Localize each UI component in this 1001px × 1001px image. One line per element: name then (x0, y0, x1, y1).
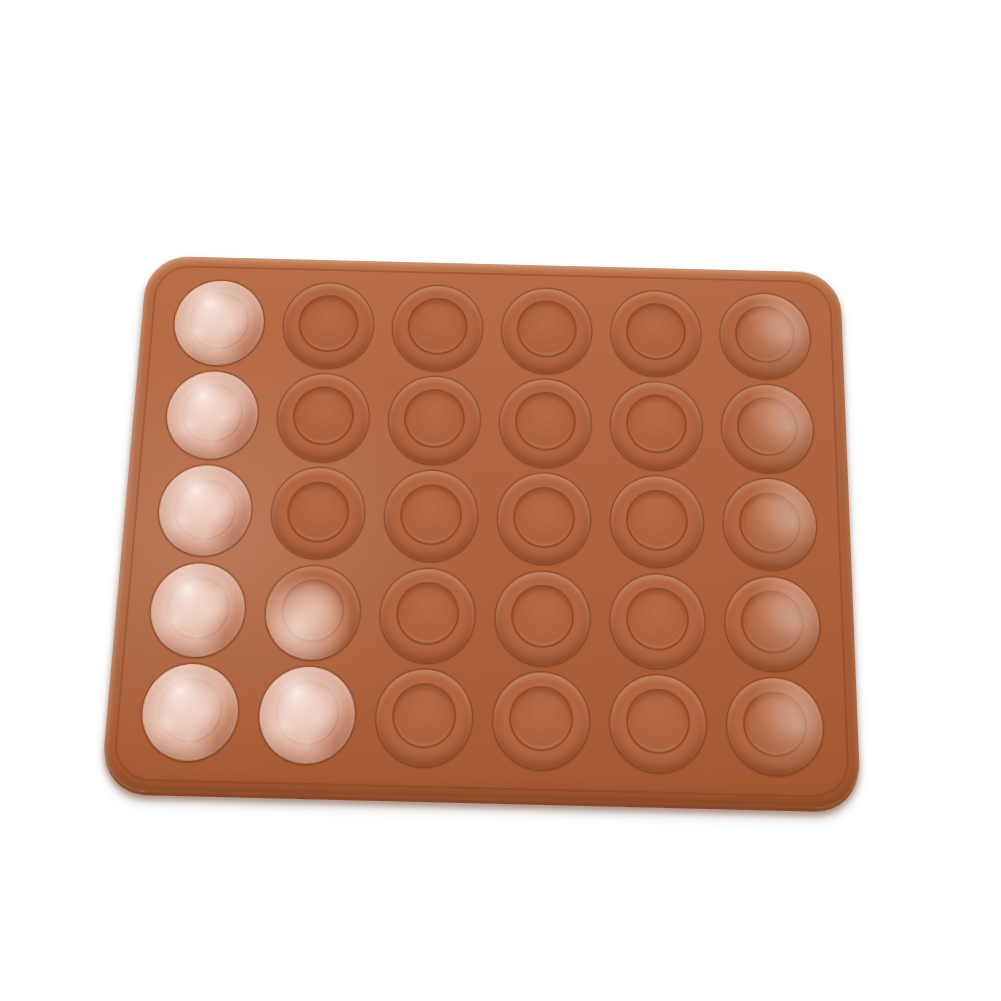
mold-cell-r4c1 (137, 558, 259, 662)
macaron-mold-r3c3 (383, 470, 478, 562)
mold-cell-r2c3 (377, 372, 491, 469)
mold-inner-ring (280, 579, 346, 643)
mold-cell-r4c4 (484, 567, 600, 671)
mold-cell-r5c6 (715, 673, 834, 781)
mold-cell-r5c4 (481, 668, 599, 775)
mold-cell-r3c3 (373, 466, 489, 566)
mold-cell-r1c4 (491, 284, 601, 378)
macaron-mold-r3c4 (497, 473, 590, 565)
mold-inner-ring (508, 686, 573, 753)
mold-cell-r4c2 (252, 561, 372, 665)
mold-inner-ring (180, 383, 245, 443)
mold-cell-r2c6 (711, 380, 824, 477)
photo-stage (0, 0, 1001, 1001)
macaron-mold-r5c2 (257, 666, 357, 765)
mold-cell-r4c5 (600, 569, 716, 673)
mold-cell-r3c5 (600, 472, 714, 572)
mold-cell-r2c1 (153, 367, 271, 464)
mold-cell-r1c1 (161, 276, 277, 370)
mold-inner-ring (395, 581, 460, 645)
macaron-mold-r3c2 (270, 468, 367, 560)
mold-inner-ring (156, 677, 225, 744)
macaron-mold-r3c5 (611, 476, 704, 569)
macaron-mold-r2c2 (276, 373, 371, 462)
mold-inner-ring (273, 680, 341, 747)
macaron-mold-r4c2 (263, 565, 362, 661)
mold-inner-ring (626, 394, 687, 454)
macaron-mold-r1c6 (719, 293, 810, 380)
macaron-mold-r4c4 (495, 571, 590, 667)
macaron-mold-r5c1 (139, 663, 241, 762)
macaron-baking-mat (100, 256, 861, 810)
mold-inner-ring (164, 576, 232, 640)
mold-inner-ring (512, 486, 575, 548)
mold-cell-r1c5 (601, 287, 711, 381)
mold-inner-ring (740, 590, 805, 655)
macaron-mold-r1c5 (611, 290, 701, 377)
mold-inner-ring (626, 302, 686, 360)
mold-cell-r1c2 (271, 279, 385, 373)
macaron-mold-r2c5 (611, 381, 702, 470)
mold-cell-r2c4 (489, 375, 601, 472)
mold-inner-ring (736, 397, 798, 457)
mold-inner-ring (510, 584, 574, 648)
mold-inner-ring (172, 478, 238, 540)
macaron-mold-r5c4 (492, 672, 589, 771)
mold-inner-ring (626, 587, 689, 651)
macaron-mold-r4c6 (724, 576, 820, 672)
mold-inner-ring (626, 689, 691, 756)
mold-cell-r3c6 (712, 475, 827, 575)
macaron-mold-r2c4 (499, 379, 591, 468)
mold-cell-r5c5 (599, 670, 717, 778)
macaron-mold-r3c1 (156, 465, 255, 557)
mold-cell-r2c2 (265, 370, 381, 467)
mold-cell-r5c1 (128, 659, 253, 766)
macaron-mold-r1c4 (501, 287, 591, 374)
macaron-mold-r1c3 (391, 285, 483, 371)
mold-cell-r5c2 (246, 662, 368, 769)
macaron-mold-r2c6 (721, 384, 814, 474)
mold-inner-ring (738, 492, 801, 554)
macaron-mold-r2c3 (387, 376, 480, 465)
mold-inner-ring (516, 300, 577, 358)
mold-inner-ring (742, 691, 808, 758)
mold-inner-ring (399, 483, 463, 545)
mold-inner-ring (407, 297, 469, 355)
macaron-mold-r4c1 (148, 562, 248, 658)
mat-scene (0, 0, 1001, 1001)
mold-inner-ring (734, 305, 795, 363)
mold-cell-r4c3 (368, 564, 486, 668)
mold-inner-ring (391, 683, 457, 750)
mold-cell-r1c6 (709, 289, 820, 383)
macaron-mold-r5c3 (375, 669, 474, 768)
mold-cell-r3c4 (486, 469, 600, 569)
macaron-mold-r1c1 (172, 280, 267, 366)
macaron-mold-r3c6 (723, 478, 817, 571)
mold-inner-ring (403, 389, 466, 449)
macaron-mold-r4c5 (610, 573, 704, 669)
mold-grid (128, 276, 835, 781)
macaron-mold-r2c1 (164, 371, 261, 460)
macaron-mold-r5c5 (610, 675, 706, 774)
mold-inner-ring (626, 489, 688, 551)
mold-inner-ring (297, 294, 360, 352)
macaron-mold-r5c6 (726, 677, 824, 776)
macaron-mold-r4c3 (379, 568, 476, 664)
mold-cell-r4c6 (714, 572, 831, 676)
mold-cell-r3c2 (259, 464, 377, 564)
mold-cell-r1c3 (381, 281, 493, 375)
mold-cell-r3c1 (145, 461, 265, 561)
mold-cell-r2c5 (601, 378, 713, 475)
macaron-mold-r1c2 (282, 282, 375, 368)
mold-inner-ring (291, 386, 355, 446)
mold-inner-ring (514, 391, 576, 451)
mold-cell-r5c3 (363, 665, 483, 772)
mold-inner-ring (286, 481, 351, 543)
mold-inner-ring (188, 292, 252, 350)
